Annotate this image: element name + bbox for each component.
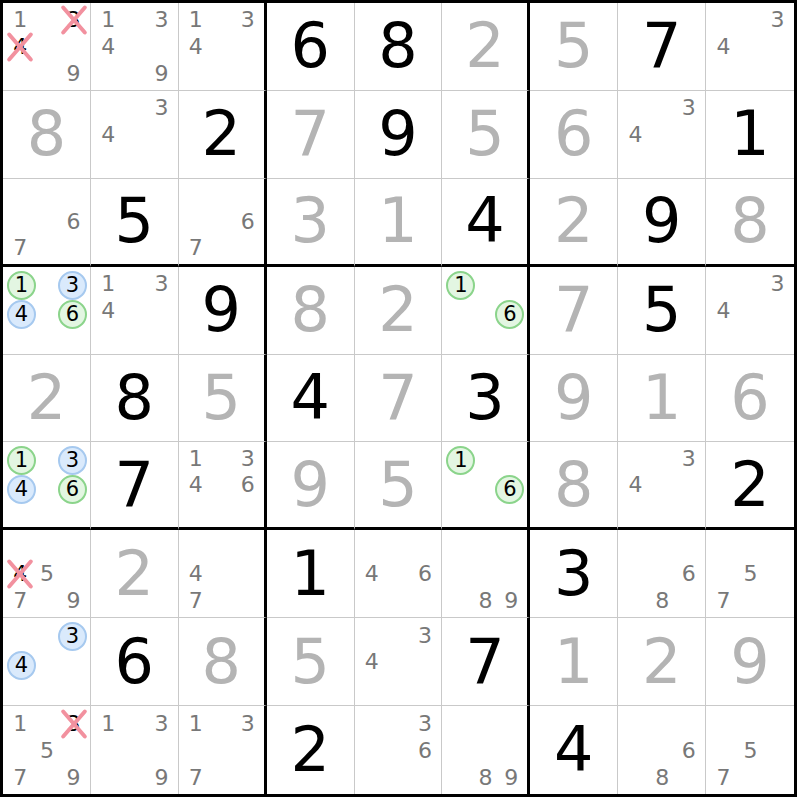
cell-r6c9[interactable]: 2 (706, 442, 794, 530)
candidate-4[interactable]: 4 (710, 297, 737, 324)
cell-r1c2[interactable]: 1349 (91, 3, 179, 91)
candidate-3[interactable]: 3 (148, 95, 175, 122)
solved-digit: 6 (554, 103, 593, 165)
candidate-3[interactable]: 3 (60, 7, 87, 34)
given-digit: 9 (378, 103, 417, 165)
given-digit: 2 (201, 103, 240, 165)
candidate-grid: 34 (622, 446, 702, 524)
blue-highlight-circle: 4 (7, 300, 36, 329)
cell-r7c7[interactable]: 3 (530, 530, 618, 618)
cell-r7c9[interactable]: 57 (706, 530, 794, 618)
candidate-6[interactable]: 6 (235, 209, 261, 235)
cell-r1c8[interactable]: 7 (618, 3, 706, 91)
candidate-1[interactable]: 1 (183, 446, 209, 472)
green-highlight-circle: 1 (446, 446, 475, 475)
candidate-grid: 34 (710, 271, 791, 351)
given-digit: 3 (465, 367, 504, 429)
candidate-8[interactable]: 8 (649, 588, 676, 615)
solved-digit: 8 (554, 454, 593, 516)
candidate-9[interactable]: 9 (60, 60, 87, 87)
cell-r8c5[interactable]: 34 (355, 618, 443, 706)
candidate-1[interactable]: 1 (95, 271, 122, 298)
blue-highlight-circle: 4 (7, 651, 36, 680)
candidate-9[interactable]: 9 (60, 764, 87, 791)
solved-digit: 6 (730, 367, 769, 429)
candidate-grid: 134 (183, 7, 261, 87)
candidate-1[interactable]: 1 (183, 710, 209, 737)
solved-digit: 3 (290, 190, 329, 252)
candidate-4[interactable]: 4 (95, 297, 122, 324)
cell-r8c1[interactable]: 34 (3, 618, 91, 706)
cell-r7c5[interactable]: 46 (355, 530, 443, 618)
green-highlight-circle: 1 (7, 446, 36, 475)
candidate-grid: 1349 (7, 7, 87, 87)
candidate-1[interactable]: 1 (95, 7, 122, 34)
candidate-grid: 67 (7, 183, 87, 261)
solved-digit: 5 (378, 454, 417, 516)
candidate-grid: 139 (95, 710, 175, 791)
candidate-6[interactable]: 6 (412, 561, 439, 588)
solved-digit: 9 (730, 631, 769, 693)
candidate-3[interactable]: 3 (58, 622, 87, 651)
candidate-grid: 46 (359, 534, 439, 614)
candidate-8[interactable]: 8 (472, 764, 498, 791)
given-digit: 6 (115, 631, 154, 693)
candidate-grid: 34 (7, 622, 87, 702)
candidate-1[interactable]: 1 (7, 446, 36, 475)
candidate-grid: 57 (710, 710, 791, 791)
cell-r3c9[interactable]: 8 (706, 179, 794, 267)
candidate-7[interactable]: 7 (183, 588, 209, 615)
candidate-6[interactable]: 6 (495, 475, 524, 504)
solved-digit: 2 (465, 15, 504, 77)
given-digit: 9 (201, 279, 240, 341)
candidate-grid: 1346 (7, 446, 87, 524)
candidate-8[interactable]: 8 (472, 588, 498, 615)
solved-digit: 5 (201, 367, 240, 429)
cell-r4c5[interactable]: 2 (355, 267, 443, 355)
solved-digit: 1 (378, 190, 417, 252)
candidate-1[interactable]: 1 (95, 710, 122, 737)
given-digit: 1 (730, 103, 769, 165)
solved-digit: 8 (730, 190, 769, 252)
candidate-6[interactable]: 6 (235, 472, 261, 498)
candidate-3[interactable]: 3 (58, 271, 87, 300)
candidate-3[interactable]: 3 (764, 7, 791, 34)
cell-r5c3[interactable]: 5 (179, 355, 267, 443)
candidate-8[interactable]: 8 (649, 764, 676, 791)
cell-r8c3[interactable]: 8 (179, 618, 267, 706)
cell-r3c6[interactable]: 4 (442, 179, 530, 267)
candidate-grid: 1349 (95, 7, 175, 87)
cell-r8c2[interactable]: 6 (91, 618, 179, 706)
given-digit: 4 (465, 190, 504, 252)
candidate-1[interactable]: 1 (7, 710, 34, 737)
candidate-grid: 36 (359, 710, 439, 791)
candidate-6[interactable]: 6 (60, 209, 87, 235)
candidate-3[interactable]: 3 (675, 95, 702, 122)
cell-r2c9[interactable]: 1 (706, 91, 794, 179)
candidate-4[interactable]: 4 (7, 561, 34, 588)
cell-r2c1[interactable]: 8 (3, 91, 91, 179)
candidate-4[interactable]: 4 (7, 475, 36, 504)
candidate-4[interactable]: 4 (622, 122, 649, 149)
cell-r3c8[interactable]: 9 (618, 179, 706, 267)
given-digit: 5 (642, 279, 681, 341)
cell-r8c8[interactable]: 2 (618, 618, 706, 706)
candidate-grid: 16 (446, 271, 524, 351)
candidate-grid: 34 (622, 95, 702, 175)
elimination-x-icon (60, 5, 87, 35)
candidate-grid: 137 (183, 710, 261, 791)
given-digit: 8 (115, 367, 154, 429)
candidate-3[interactable]: 3 (58, 446, 87, 475)
candidate-grid: 1346 (183, 446, 261, 524)
solved-digit: 8 (201, 631, 240, 693)
cell-r4c2[interactable]: 134 (91, 267, 179, 355)
candidate-grid: 68 (622, 710, 702, 791)
solved-digit: 2 (642, 631, 681, 693)
candidate-7[interactable]: 7 (7, 764, 34, 791)
cell-r9c7[interactable]: 4 (530, 706, 618, 794)
solved-digit: 1 (642, 367, 681, 429)
candidate-4[interactable]: 4 (359, 649, 386, 676)
cell-r5c4[interactable]: 4 (267, 355, 355, 443)
candidate-grid: 89 (446, 534, 524, 614)
candidate-5[interactable]: 5 (34, 737, 61, 764)
solved-digit: 1 (554, 631, 593, 693)
cell-r8c7[interactable]: 1 (530, 618, 618, 706)
solved-digit: 2 (378, 279, 417, 341)
candidate-7[interactable]: 7 (183, 235, 209, 261)
cell-r2c2[interactable]: 34 (91, 91, 179, 179)
cell-r4c4[interactable]: 8 (267, 267, 355, 355)
solved-digit: 2 (115, 543, 154, 605)
blue-highlight-circle: 3 (58, 446, 87, 475)
candidate-6[interactable]: 6 (675, 561, 702, 588)
cell-r3c7[interactable]: 2 (530, 179, 618, 267)
cell-r1c4[interactable]: 6 (267, 3, 355, 91)
candidate-3[interactable]: 3 (235, 710, 261, 737)
candidate-4[interactable]: 4 (710, 34, 737, 61)
given-digit: 5 (115, 190, 154, 252)
cell-r3c1[interactable]: 67 (3, 179, 91, 267)
solved-digit: 5 (554, 15, 593, 77)
cell-r1c3[interactable]: 134 (179, 3, 267, 91)
candidate-grid: 67 (183, 183, 261, 261)
candidate-4[interactable]: 4 (7, 651, 36, 680)
candidate-4[interactable]: 4 (7, 300, 36, 329)
cell-r3c2[interactable]: 5 (91, 179, 179, 267)
cell-r7c4[interactable]: 1 (267, 530, 355, 618)
candidate-9[interactable]: 9 (148, 764, 175, 791)
cell-r2c4[interactable]: 7 (267, 91, 355, 179)
candidate-7[interactable]: 7 (710, 764, 737, 791)
candidate-7[interactable]: 7 (183, 764, 209, 791)
blue-highlight-circle: 3 (58, 271, 87, 300)
solved-digit: 2 (554, 190, 593, 252)
cell-r6c6[interactable]: 16 (442, 442, 530, 530)
candidate-3[interactable]: 3 (235, 446, 261, 472)
cell-r4c7[interactable]: 7 (530, 267, 618, 355)
cell-r2c6[interactable]: 5 (442, 91, 530, 179)
green-highlight-circle: 6 (495, 300, 524, 329)
green-highlight-circle: 1 (446, 271, 475, 300)
solved-digit: 8 (290, 279, 329, 341)
given-digit: 4 (290, 367, 329, 429)
solved-digit: 2 (27, 367, 66, 429)
candidate-3[interactable]: 3 (148, 7, 175, 34)
cell-r1c9[interactable]: 34 (706, 3, 794, 91)
cell-r2c5[interactable]: 9 (355, 91, 443, 179)
cell-r6c5[interactable]: 5 (355, 442, 443, 530)
cell-r9c9[interactable]: 57 (706, 706, 794, 794)
candidate-4[interactable]: 4 (183, 34, 209, 61)
cell-r8c9[interactable]: 9 (706, 618, 794, 706)
cell-r6c1[interactable]: 1346 (3, 442, 91, 530)
cell-r1c5[interactable]: 8 (355, 3, 443, 91)
cell-r4c1[interactable]: 1346 (3, 267, 91, 355)
candidate-4[interactable]: 4 (359, 561, 386, 588)
candidate-1[interactable]: 1 (7, 7, 34, 34)
candidate-3[interactable]: 3 (412, 710, 439, 737)
cell-r5c2[interactable]: 8 (91, 355, 179, 443)
given-digit: 3 (554, 543, 593, 605)
green-highlight-circle: 6 (495, 475, 524, 504)
cell-r3c3[interactable]: 67 (179, 179, 267, 267)
cell-r6c7[interactable]: 8 (530, 442, 618, 530)
green-highlight-circle: 1 (7, 271, 36, 300)
cell-r4c9[interactable]: 34 (706, 267, 794, 355)
given-digit: 2 (730, 454, 769, 516)
candidate-9[interactable]: 9 (60, 588, 87, 615)
candidate-grid: 16 (446, 446, 524, 524)
cell-r4c3[interactable]: 9 (179, 267, 267, 355)
solved-digit: 9 (290, 454, 329, 516)
cell-r5c6[interactable]: 3 (442, 355, 530, 443)
green-highlight-circle: 6 (58, 300, 87, 329)
candidate-grid: 1346 (7, 271, 87, 351)
candidate-3[interactable]: 3 (148, 271, 175, 298)
candidate-grid: 68 (622, 534, 702, 614)
solved-digit: 5 (465, 103, 504, 165)
cell-r1c1[interactable]: 1349 (3, 3, 91, 91)
candidate-4[interactable]: 4 (183, 561, 209, 588)
candidate-5[interactable]: 5 (737, 737, 764, 764)
cell-r6c2[interactable]: 7 (91, 442, 179, 530)
candidate-grid: 4579 (7, 534, 87, 614)
candidate-4[interactable]: 4 (95, 34, 122, 61)
cell-r2c7[interactable]: 6 (530, 91, 618, 179)
cell-r4c8[interactable]: 5 (618, 267, 706, 355)
cell-r8c6[interactable]: 7 (442, 618, 530, 706)
candidate-3[interactable]: 3 (235, 7, 261, 34)
candidate-7[interactable]: 7 (7, 235, 34, 261)
solved-digit: 7 (554, 279, 593, 341)
cell-r4c6[interactable]: 16 (442, 267, 530, 355)
candidate-1[interactable]: 1 (183, 7, 209, 34)
cell-r1c6[interactable]: 2 (442, 3, 530, 91)
cell-r6c8[interactable]: 34 (618, 442, 706, 530)
cell-r3c4[interactable]: 3 (267, 179, 355, 267)
given-digit: 6 (290, 15, 329, 77)
cell-r7c2[interactable]: 2 (91, 530, 179, 618)
candidate-9[interactable]: 9 (148, 60, 175, 87)
cell-r2c3[interactable]: 2 (179, 91, 267, 179)
cell-r9c2[interactable]: 139 (91, 706, 179, 794)
candidate-6[interactable]: 6 (58, 475, 87, 504)
given-digit: 4 (554, 719, 593, 781)
solved-digit: 5 (290, 631, 329, 693)
solved-digit: 9 (554, 367, 593, 429)
elimination-x-icon (7, 32, 34, 62)
cell-r5c5[interactable]: 7 (355, 355, 443, 443)
cell-r6c4[interactable]: 9 (267, 442, 355, 530)
candidate-4[interactable]: 4 (95, 122, 122, 149)
cell-r2c8[interactable]: 34 (618, 91, 706, 179)
given-digit: 9 (642, 190, 681, 252)
blue-highlight-circle: 3 (58, 622, 87, 651)
cell-r7c6[interactable]: 89 (442, 530, 530, 618)
candidate-5[interactable]: 5 (737, 561, 764, 588)
elimination-x-icon (7, 559, 34, 589)
given-digit: 7 (465, 631, 504, 693)
candidate-3[interactable]: 3 (764, 271, 791, 298)
candidate-6[interactable]: 6 (675, 737, 702, 764)
candidate-grid: 34 (95, 95, 175, 175)
candidate-grid: 57 (710, 534, 791, 614)
candidate-6[interactable]: 6 (495, 300, 524, 329)
blue-highlight-circle: 4 (7, 475, 36, 504)
cell-r3c5[interactable]: 1 (355, 179, 443, 267)
cell-r8c4[interactable]: 5 (267, 618, 355, 706)
candidate-3[interactable]: 3 (412, 622, 439, 649)
candidate-4[interactable]: 4 (7, 34, 34, 61)
candidate-4[interactable]: 4 (622, 472, 649, 498)
cell-r9c4[interactable]: 2 (267, 706, 355, 794)
solved-digit: 8 (27, 103, 66, 165)
cell-r5c9[interactable]: 6 (706, 355, 794, 443)
cell-r9c8[interactable]: 68 (618, 706, 706, 794)
green-highlight-circle: 6 (58, 475, 87, 504)
cell-r9c6[interactable]: 89 (442, 706, 530, 794)
given-digit: 1 (290, 543, 329, 605)
cell-r9c1[interactable]: 13579 (3, 706, 91, 794)
cell-r5c7[interactable]: 9 (530, 355, 618, 443)
candidate-6[interactable]: 6 (58, 300, 87, 329)
candidate-4[interactable]: 4 (183, 472, 209, 498)
candidate-grid: 13579 (7, 710, 87, 791)
cell-r9c5[interactable]: 36 (355, 706, 443, 794)
candidate-grid: 34 (710, 7, 791, 87)
cell-r1c7[interactable]: 5 (530, 3, 618, 91)
candidate-9[interactable]: 9 (498, 588, 524, 615)
candidate-9[interactable]: 9 (498, 764, 524, 791)
cell-r5c8[interactable]: 1 (618, 355, 706, 443)
cell-r9c3[interactable]: 137 (179, 706, 267, 794)
candidate-1[interactable]: 1 (7, 271, 36, 300)
cell-r7c8[interactable]: 68 (618, 530, 706, 618)
candidate-1[interactable]: 1 (446, 271, 475, 300)
candidate-3[interactable]: 3 (60, 710, 87, 737)
cell-r5c1[interactable]: 2 (3, 355, 91, 443)
candidate-6[interactable]: 6 (412, 737, 439, 764)
candidate-3[interactable]: 3 (675, 446, 702, 472)
candidate-grid: 34 (359, 622, 439, 702)
given-digit: 7 (115, 454, 154, 516)
elimination-x-icon (60, 709, 87, 739)
given-digit: 7 (642, 15, 681, 77)
solved-digit: 7 (290, 103, 329, 165)
cell-r7c3[interactable]: 47 (179, 530, 267, 618)
candidate-3[interactable]: 3 (148, 710, 175, 737)
cell-r6c3[interactable]: 1346 (179, 442, 267, 530)
candidate-7[interactable]: 7 (7, 588, 34, 615)
candidate-grid: 89 (446, 710, 524, 791)
candidate-grid: 134 (95, 271, 175, 351)
candidate-1[interactable]: 1 (446, 446, 475, 475)
given-digit: 8 (378, 15, 417, 77)
candidate-7[interactable]: 7 (710, 588, 737, 615)
candidate-grid: 47 (183, 534, 261, 614)
sudoku-board: 1349134913468257348342795634167567314298… (0, 0, 797, 797)
given-digit: 2 (290, 719, 329, 781)
cell-r7c1[interactable]: 4579 (3, 530, 91, 618)
solved-digit: 7 (378, 367, 417, 429)
candidate-5[interactable]: 5 (34, 561, 61, 588)
